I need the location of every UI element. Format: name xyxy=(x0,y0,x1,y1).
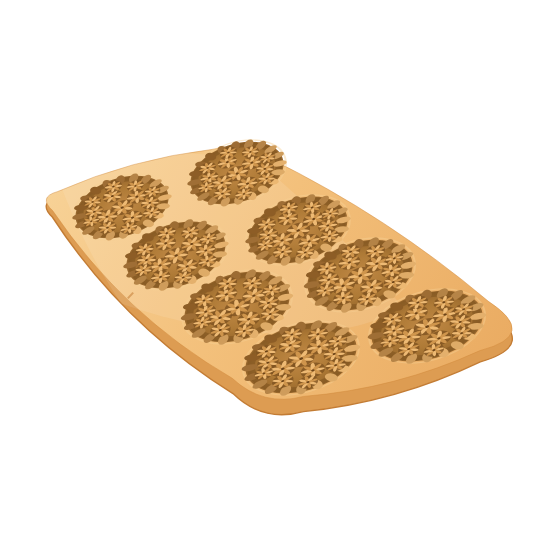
mold-photo-figure xyxy=(0,0,550,550)
mold-photo-svg xyxy=(0,0,550,550)
product-photo xyxy=(0,0,550,550)
